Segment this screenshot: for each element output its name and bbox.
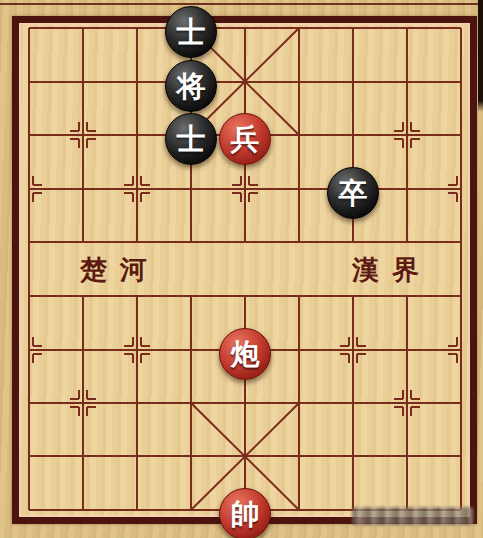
river-label-right: 漢界 xyxy=(352,250,432,290)
river-label-left: 楚河 xyxy=(80,250,160,290)
black-general[interactable]: 将 xyxy=(165,60,217,112)
black-soldier[interactable]: 卒 xyxy=(327,167,379,219)
black-advisor-2[interactable]: 士 xyxy=(165,113,217,165)
piece-glyph: 士 xyxy=(177,18,206,47)
piece-glyph: 炮 xyxy=(231,340,260,369)
watermark-blur xyxy=(352,507,473,525)
piece-glyph: 帥 xyxy=(231,500,260,529)
xiangqi-board: 楚河 漢界 士将士兵卒炮帥 xyxy=(0,0,483,538)
red-general[interactable]: 帥 xyxy=(219,488,271,538)
piece-glyph: 将 xyxy=(177,72,206,101)
red-soldier[interactable]: 兵 xyxy=(219,113,271,165)
red-cannon[interactable]: 炮 xyxy=(219,328,271,380)
piece-glyph: 士 xyxy=(177,125,206,154)
black-advisor-1[interactable]: 士 xyxy=(165,6,217,58)
piece-glyph: 兵 xyxy=(231,125,260,154)
piece-glyph: 卒 xyxy=(339,179,368,208)
